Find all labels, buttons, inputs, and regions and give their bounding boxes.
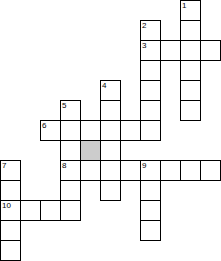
cell-r6c3[interactable] (60, 120, 81, 141)
clue-number: 1 (182, 1, 186, 10)
cell-r2c9[interactable] (180, 40, 201, 61)
cell-r8c7[interactable]: 9 (140, 160, 161, 181)
cell-r8c10[interactable] (200, 160, 221, 181)
cell-r8c6[interactable] (120, 160, 141, 181)
clue-number: 2 (142, 21, 146, 30)
cell-r8c4[interactable] (80, 160, 101, 181)
clue-number: 8 (62, 161, 66, 170)
cell-r5c9[interactable] (180, 100, 201, 121)
cell-r8c8[interactable] (160, 160, 181, 181)
shaded-cell-r7c4[interactable] (80, 140, 101, 161)
cell-r10c0[interactable]: 10 (0, 200, 21, 221)
clue-number: 5 (62, 101, 66, 110)
cell-r9c0[interactable] (0, 180, 21, 201)
cell-r9c5[interactable] (100, 180, 121, 201)
cell-r12c0[interactable] (0, 240, 21, 261)
cell-r6c2[interactable]: 6 (40, 120, 61, 141)
cell-r9c3[interactable] (60, 180, 81, 201)
cell-r7c5[interactable] (100, 140, 121, 161)
cell-r0c9[interactable]: 1 (180, 0, 201, 21)
clue-number: 9 (142, 161, 146, 170)
cell-r8c5[interactable] (100, 160, 121, 181)
cell-r8c0[interactable]: 7 (0, 160, 21, 181)
cell-r6c5[interactable] (100, 120, 121, 141)
clue-number: 6 (42, 121, 46, 130)
cell-r7c3[interactable] (60, 140, 81, 161)
cell-r5c3[interactable]: 5 (60, 100, 81, 121)
cell-r2c7[interactable]: 3 (140, 40, 161, 61)
cell-r4c5[interactable]: 4 (100, 80, 121, 101)
cell-r6c6[interactable] (120, 120, 141, 141)
cell-r5c7[interactable] (140, 100, 161, 121)
cell-r10c7[interactable] (140, 200, 161, 221)
cell-r6c7[interactable] (140, 120, 161, 141)
cell-r1c7[interactable]: 2 (140, 20, 161, 41)
cell-r5c5[interactable] (100, 100, 121, 121)
cell-r11c7[interactable] (140, 220, 161, 241)
cell-r10c1[interactable] (20, 200, 41, 221)
cell-r1c9[interactable] (180, 20, 201, 41)
cell-r2c8[interactable] (160, 40, 181, 61)
cell-r2c10[interactable] (200, 40, 221, 61)
crossword-page: 12345678910 (0, 0, 221, 261)
clue-number: 7 (2, 161, 6, 170)
clue-number: 3 (142, 41, 146, 50)
cell-r3c7[interactable] (140, 60, 161, 81)
cell-r6c4[interactable] (80, 120, 101, 141)
clue-number: 4 (102, 81, 106, 90)
cell-r10c3[interactable] (60, 200, 81, 221)
clue-number: 10 (2, 201, 11, 210)
cell-r3c9[interactable] (180, 60, 201, 81)
cell-r11c0[interactable] (0, 220, 21, 241)
cell-r4c7[interactable] (140, 80, 161, 101)
crossword-grid: 12345678910 (0, 0, 221, 261)
cell-r8c9[interactable] (180, 160, 201, 181)
cell-r10c2[interactable] (40, 200, 61, 221)
cell-r4c9[interactable] (180, 80, 201, 101)
cell-r8c3[interactable]: 8 (60, 160, 81, 181)
cell-r9c7[interactable] (140, 180, 161, 201)
